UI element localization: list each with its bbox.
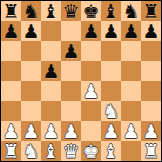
piece-white-pawn[interactable]: ♟ [101,121,121,141]
square-b2[interactable]: ♟ [21,121,41,141]
square-d8[interactable]: ♛ [61,1,81,21]
piece-white-knight[interactable]: ♞ [101,101,121,121]
square-a5[interactable] [1,61,21,81]
piece-black-pawn[interactable]: ♟ [81,21,101,41]
square-f6[interactable] [101,41,121,61]
piece-black-pawn[interactable]: ♟ [141,21,161,41]
square-f5[interactable] [101,61,121,81]
square-b5[interactable] [21,61,41,81]
piece-black-knight[interactable]: ♞ [121,1,141,21]
square-g3[interactable] [121,101,141,121]
square-c7[interactable] [41,21,61,41]
square-g7[interactable]: ♟ [121,21,141,41]
square-h6[interactable] [141,41,161,61]
square-e7[interactable]: ♟ [81,21,101,41]
square-f1[interactable]: ♝ [101,141,121,161]
piece-white-bishop[interactable]: ♝ [101,141,121,161]
piece-black-pawn[interactable]: ♟ [41,61,61,81]
square-c6[interactable] [41,41,61,61]
square-f3[interactable]: ♞ [101,101,121,121]
square-b8[interactable]: ♞ [21,1,41,21]
square-e4[interactable]: ♟ [81,81,101,101]
square-f7[interactable]: ♟ [101,21,121,41]
piece-black-rook[interactable]: ♜ [1,1,21,21]
piece-white-bishop[interactable]: ♝ [41,141,61,161]
square-a3[interactable] [1,101,21,121]
piece-black-bishop[interactable]: ♝ [101,1,121,21]
piece-white-pawn[interactable]: ♟ [81,81,101,101]
square-h1[interactable]: ♜ [141,141,161,161]
piece-black-king[interactable]: ♚ [81,1,101,21]
piece-white-pawn[interactable]: ♟ [41,121,61,141]
square-e2[interactable] [81,121,101,141]
square-h3[interactable] [141,101,161,121]
square-a8[interactable]: ♜ [1,1,21,21]
square-c4[interactable] [41,81,61,101]
piece-black-pawn[interactable]: ♟ [1,21,21,41]
square-d5[interactable] [61,61,81,81]
square-g4[interactable] [121,81,141,101]
square-a4[interactable] [1,81,21,101]
square-a7[interactable]: ♟ [1,21,21,41]
piece-white-pawn[interactable]: ♟ [121,121,141,141]
piece-white-rook[interactable]: ♜ [141,141,161,161]
square-b1[interactable]: ♞ [21,141,41,161]
square-h4[interactable] [141,81,161,101]
piece-black-pawn[interactable]: ♟ [101,21,121,41]
square-g5[interactable] [121,61,141,81]
piece-white-rook[interactable]: ♜ [1,141,21,161]
square-b3[interactable] [21,101,41,121]
chess-board: ♜♞♝♛♚♝♞♜♟♟♟♟♟♟♟♟♟♞♟♟♟♟♟♟♟♜♞♝♛♚♝♜ [0,0,162,162]
square-b6[interactable] [21,41,41,61]
square-e1[interactable]: ♚ [81,141,101,161]
square-d7[interactable] [61,21,81,41]
piece-black-bishop[interactable]: ♝ [41,1,61,21]
square-h5[interactable] [141,61,161,81]
piece-black-pawn[interactable]: ♟ [61,41,81,61]
square-e8[interactable]: ♚ [81,1,101,21]
square-c5[interactable]: ♟ [41,61,61,81]
square-a6[interactable] [1,41,21,61]
square-e6[interactable] [81,41,101,61]
square-f4[interactable] [101,81,121,101]
piece-black-pawn[interactable]: ♟ [121,21,141,41]
piece-white-king[interactable]: ♚ [81,141,101,161]
piece-white-knight[interactable]: ♞ [21,141,41,161]
square-c2[interactable]: ♟ [41,121,61,141]
square-a1[interactable]: ♜ [1,141,21,161]
square-c1[interactable]: ♝ [41,141,61,161]
piece-white-pawn[interactable]: ♟ [1,121,21,141]
piece-white-queen[interactable]: ♛ [61,141,81,161]
square-g6[interactable] [121,41,141,61]
square-b7[interactable]: ♟ [21,21,41,41]
square-e3[interactable] [81,101,101,121]
square-g8[interactable]: ♞ [121,1,141,21]
square-c8[interactable]: ♝ [41,1,61,21]
piece-black-rook[interactable]: ♜ [141,1,161,21]
square-e5[interactable] [81,61,101,81]
square-h7[interactable]: ♟ [141,21,161,41]
square-c3[interactable] [41,101,61,121]
square-d2[interactable]: ♟ [61,121,81,141]
piece-black-pawn[interactable]: ♟ [21,21,41,41]
square-g1[interactable] [121,141,141,161]
square-d6[interactable]: ♟ [61,41,81,61]
piece-black-knight[interactable]: ♞ [21,1,41,21]
square-h8[interactable]: ♜ [141,1,161,21]
square-h2[interactable]: ♟ [141,121,161,141]
square-f2[interactable]: ♟ [101,121,121,141]
piece-white-pawn[interactable]: ♟ [141,121,161,141]
square-d1[interactable]: ♛ [61,141,81,161]
square-b4[interactable] [21,81,41,101]
piece-white-pawn[interactable]: ♟ [21,121,41,141]
square-g2[interactable]: ♟ [121,121,141,141]
square-f8[interactable]: ♝ [101,1,121,21]
square-d4[interactable] [61,81,81,101]
piece-black-queen[interactable]: ♛ [61,1,81,21]
square-a2[interactable]: ♟ [1,121,21,141]
square-d3[interactable] [61,101,81,121]
piece-white-pawn[interactable]: ♟ [61,121,81,141]
